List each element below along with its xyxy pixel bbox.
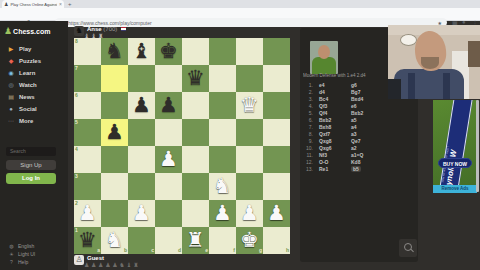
- black-move[interactable]: e6: [351, 103, 383, 109]
- square-b6[interactable]: [101, 92, 128, 119]
- sidebar-item-news[interactable]: ▤ News: [0, 91, 68, 102]
- rank-label-6: 6: [75, 93, 78, 98]
- white-knight-f3[interactable]: ♞: [209, 173, 236, 200]
- chess-board[interactable]: 8♞♝♚7♛6♟♟♛5♟4♟3♞2♟♟♟♟♟1a♛b♞cde♜fg♚h: [74, 38, 290, 254]
- square-d8[interactable]: ♚: [155, 38, 182, 65]
- more-icon: ⋯: [7, 117, 15, 125]
- webcam-person-body: [394, 69, 464, 99]
- square-b3[interactable]: [101, 173, 128, 200]
- move-row-4: 4.Qf3e6: [300, 102, 418, 109]
- black-move[interactable]: a5: [351, 117, 383, 123]
- rank-label-4: 4: [75, 147, 78, 152]
- ad-banner[interactable]: JOIN REYNOLDS. DO IT RIGHT. Reynolds W B…: [433, 100, 477, 193]
- white-pawn-d4[interactable]: ♟: [155, 146, 182, 173]
- move-row-6: 6.Bxb2a5: [300, 116, 418, 123]
- white-move[interactable]: Qf3: [319, 103, 351, 109]
- square-e1[interactable]: e♜: [182, 227, 209, 254]
- top-player-flag-icon: [121, 27, 126, 31]
- move-row-12: 12.O-OKd8: [300, 158, 418, 165]
- white-move[interactable]: Qxf7: [319, 131, 351, 137]
- square-b7[interactable]: [101, 65, 128, 92]
- square-f1[interactable]: f: [209, 227, 236, 254]
- file-label-f: f: [233, 248, 235, 253]
- square-h4[interactable]: [263, 146, 290, 173]
- black-queen-a1[interactable]: ♛: [74, 227, 101, 254]
- sidebar-item-puzzles[interactable]: ◆ Puzzles: [0, 55, 68, 66]
- new-tab-button[interactable]: +: [68, 1, 72, 7]
- browser-tab-strip: ♟ Play Chess Online Against t... × +: [0, 0, 480, 8]
- white-move[interactable]: Nf3: [319, 152, 351, 158]
- white-pawn-h2[interactable]: ♟: [263, 200, 290, 227]
- black-move[interactable]: b5: [351, 166, 361, 172]
- square-f2[interactable]: ♟: [209, 200, 236, 227]
- square-b5[interactable]: ♟: [101, 119, 128, 146]
- square-c5[interactable]: [128, 119, 155, 146]
- square-a2[interactable]: 2♟: [74, 200, 101, 227]
- square-e2[interactable]: [182, 200, 209, 227]
- square-c6[interactable]: ♟: [128, 92, 155, 119]
- black-move[interactable]: a2: [351, 145, 383, 151]
- move-number: 7.: [300, 124, 313, 130]
- black-move[interactable]: Kd8: [351, 159, 383, 165]
- news-icon: ▤: [7, 93, 15, 101]
- browser-tab[interactable]: ♟ Play Chess Online Against t... ×: [2, 0, 64, 8]
- square-d5[interactable]: [155, 119, 182, 146]
- square-g8[interactable]: [236, 38, 263, 65]
- light-ui-toggle[interactable]: ☀ Light UI: [0, 250, 68, 258]
- square-f8[interactable]: [209, 38, 236, 65]
- black-move[interactable]: a1=Q: [351, 152, 383, 158]
- logo-pawn-icon: ♟: [4, 27, 12, 36]
- square-a4[interactable]: 4: [74, 146, 101, 173]
- white-king-g1[interactable]: ♚: [236, 227, 263, 254]
- white-pawn-c2[interactable]: ♟: [128, 200, 155, 227]
- puzzles-icon: ◆: [7, 57, 15, 65]
- black-move[interactable]: Qe7: [351, 138, 383, 144]
- square-d3[interactable]: [155, 173, 182, 200]
- sidebar-item-more[interactable]: ⋯ More: [0, 115, 68, 126]
- webcam-person-beard: [421, 57, 439, 69]
- chesscom-logo[interactable]: ♟ Chess.com: [4, 27, 50, 36]
- white-move[interactable]: Qf4: [319, 110, 351, 116]
- bottom-player-captured-pieces: ♟ ♟ ♟ ♟ ♟ ♞ ♝ ♜: [84, 262, 139, 268]
- move-number: 8.: [300, 131, 313, 137]
- square-e3[interactable]: [182, 173, 209, 200]
- white-rook-e1[interactable]: ♜: [182, 227, 209, 254]
- remove-ads-link[interactable]: Remove Ads: [433, 185, 477, 193]
- square-c3[interactable]: [128, 173, 155, 200]
- square-a3[interactable]: 3: [74, 173, 101, 200]
- square-h1[interactable]: h: [263, 227, 290, 254]
- square-g2[interactable]: ♟: [236, 200, 263, 227]
- square-h6[interactable]: [263, 92, 290, 119]
- help-link[interactable]: ? Help: [0, 258, 68, 266]
- play-icon: ▶: [7, 45, 15, 53]
- black-knight-b8[interactable]: ♞: [101, 38, 128, 65]
- square-b4[interactable]: [101, 146, 128, 173]
- square-c7[interactable]: [128, 65, 155, 92]
- move-row-10: 10.Qxg6a2: [300, 144, 418, 151]
- move-number: 5.: [300, 110, 313, 116]
- move-number: 13.: [300, 166, 313, 172]
- square-b1[interactable]: b♞: [101, 227, 128, 254]
- square-d1[interactable]: d: [155, 227, 182, 254]
- top-player-name[interactable]: Anse (700): [87, 26, 126, 33]
- square-h3[interactable]: [263, 173, 290, 200]
- white-pawn-f2[interactable]: ♟: [209, 200, 236, 227]
- tab-title: Play Chess Online Against t...: [10, 2, 57, 7]
- rank-label-3: 3: [75, 174, 78, 179]
- move-number: 1.: [300, 82, 313, 88]
- log-in-button[interactable]: Log In: [6, 173, 56, 184]
- move-row-5: 5.Qf4Bxb2: [300, 109, 418, 116]
- language-selector[interactable]: ◍ English: [0, 242, 68, 250]
- square-d6[interactable]: ♟: [155, 92, 182, 119]
- white-move[interactable]: Bxh8: [319, 124, 351, 130]
- thumbnail-person-head: [318, 45, 330, 59]
- square-e8[interactable]: [182, 38, 209, 65]
- white-move[interactable]: d4: [319, 89, 351, 95]
- top-player-rating: (700): [103, 26, 117, 32]
- sidebar: ♟ Chess.com ▶ Play ◆ Puzzles ◉ Learn ◎ W…: [0, 21, 68, 270]
- square-e6[interactable]: [182, 92, 209, 119]
- square-e7[interactable]: ♛: [182, 65, 209, 92]
- rank-label-7: 7: [75, 66, 78, 71]
- white-knight-b1[interactable]: ♞: [101, 227, 128, 254]
- black-pawn-c6[interactable]: ♟: [128, 92, 155, 119]
- move-number: 10.: [300, 145, 313, 151]
- square-e5[interactable]: [182, 119, 209, 146]
- rank-label-5: 5: [75, 120, 78, 125]
- webcam-person-arm: [388, 79, 401, 99]
- bottom-player-name[interactable]: Guest: [87, 255, 139, 262]
- square-f6[interactable]: [209, 92, 236, 119]
- square-g3[interactable]: [236, 173, 263, 200]
- square-f4[interactable]: [209, 146, 236, 173]
- square-a5[interactable]: 5: [74, 119, 101, 146]
- rank-label-8: 8: [75, 39, 78, 44]
- move-number: 3.: [300, 96, 313, 102]
- page-scrollbar[interactable]: [476, 100, 479, 192]
- square-a8[interactable]: 8: [74, 38, 101, 65]
- learn-icon: ◉: [7, 69, 15, 77]
- square-f7[interactable]: [209, 65, 236, 92]
- square-g6[interactable]: ♛: [236, 92, 263, 119]
- square-a7[interactable]: 7: [74, 65, 101, 92]
- black-queen-e7[interactable]: ♛: [182, 65, 209, 92]
- move-number: 6.: [300, 117, 313, 123]
- black-move[interactable]: a4: [351, 124, 383, 130]
- thumbnail-person-shirt: [312, 57, 336, 74]
- square-b2[interactable]: [101, 200, 128, 227]
- square-d7[interactable]: [155, 65, 182, 92]
- buy-now-button[interactable]: BUY NOW: [438, 158, 472, 168]
- white-move[interactable]: Bxb2: [319, 117, 351, 123]
- square-g4[interactable]: [236, 146, 263, 173]
- sidebar-item-play[interactable]: ▶ Play: [0, 43, 68, 54]
- square-d2[interactable]: [155, 200, 182, 227]
- screenshot-root: ♟ Play Chess Online Against t... × + ← →…: [0, 0, 480, 270]
- square-h5[interactable]: [263, 119, 290, 146]
- black-move[interactable]: g6: [351, 82, 383, 88]
- browser-toolbar: ← → ↻ ⓘ https://www.chess.com/play/compu…: [0, 8, 480, 21]
- black-king-d8[interactable]: ♚: [155, 38, 182, 65]
- square-c4[interactable]: [128, 146, 155, 173]
- square-f3[interactable]: ♞: [209, 173, 236, 200]
- square-f5[interactable]: [209, 119, 236, 146]
- black-move[interactable]: Bxb2: [351, 110, 383, 116]
- square-g7[interactable]: [236, 65, 263, 92]
- streamer-webcam: [388, 25, 480, 99]
- white-queen-g6[interactable]: ♛: [236, 92, 263, 119]
- move-row-7: 7.Bxh8a4: [300, 123, 418, 130]
- white-move[interactable]: Qxg6: [319, 145, 351, 151]
- tab-close-icon[interactable]: ×: [59, 1, 62, 7]
- square-c2[interactable]: ♟: [128, 200, 155, 227]
- sidebar-item-learn[interactable]: ◉ Learn: [0, 67, 68, 78]
- bottom-player-bar: ♙ Guest ♟ ♟ ♟ ♟ ♟ ♞ ♝ ♜: [74, 255, 139, 268]
- white-move[interactable]: Qxg8: [319, 138, 351, 144]
- bottom-player-avatar[interactable]: ♙: [74, 255, 84, 265]
- file-label-d: d: [178, 248, 181, 253]
- top-player-avatar[interactable]: ♞: [74, 26, 84, 36]
- square-c1[interactable]: c: [128, 227, 155, 254]
- move-number: 9.: [300, 138, 313, 144]
- search-moves-button[interactable]: [399, 239, 417, 257]
- search-input[interactable]: Search: [6, 147, 56, 156]
- file-label-h: h: [286, 248, 289, 253]
- file-label-c: c: [151, 248, 154, 253]
- panel-video-thumbnail[interactable]: [310, 41, 338, 74]
- lightbulb-icon: ☀: [8, 251, 15, 257]
- move-number: 11.: [300, 152, 313, 158]
- square-c8[interactable]: ♝: [128, 38, 155, 65]
- black-move[interactable]: a3: [351, 131, 383, 137]
- move-row-13: 13.Re1b5: [300, 165, 418, 172]
- tab-favicon-pawn-icon: ♟: [4, 0, 8, 8]
- white-move[interactable]: e4: [319, 82, 351, 88]
- url-text[interactable]: https://www.chess.com/play/computer: [68, 20, 438, 26]
- white-pawn-a2[interactable]: ♟: [74, 200, 101, 227]
- square-h7[interactable]: [263, 65, 290, 92]
- social-icon: ●: [7, 105, 15, 113]
- ad-diagonal-banner: JOIN REYNOLDS. DO IT RIGHT. Reynolds W: [438, 100, 474, 193]
- help-icon: ?: [8, 259, 15, 265]
- white-move[interactable]: O-O: [319, 159, 351, 165]
- sidebar-item-watch[interactable]: ◎ Watch: [0, 79, 68, 90]
- white-pawn-g2[interactable]: ♟: [236, 200, 263, 227]
- square-b8[interactable]: ♞: [101, 38, 128, 65]
- square-g5[interactable]: [236, 119, 263, 146]
- move-number: 2.: [300, 89, 313, 95]
- black-move[interactable]: Bxd4: [351, 96, 383, 102]
- black-pawn-b5[interactable]: ♟: [101, 119, 128, 146]
- square-g1[interactable]: g♚: [236, 227, 263, 254]
- move-number: 4.: [300, 103, 313, 109]
- webcam-shelf: [468, 41, 480, 67]
- globe-icon: ◍: [8, 243, 15, 249]
- square-h8[interactable]: [263, 38, 290, 65]
- black-move[interactable]: Bg7: [351, 89, 383, 95]
- sign-up-button[interactable]: Sign Up: [6, 160, 56, 170]
- square-h2[interactable]: ♟: [263, 200, 290, 227]
- move-number: 12.: [300, 159, 313, 165]
- black-bishop-c8[interactable]: ♝: [128, 38, 155, 65]
- square-e4[interactable]: [182, 146, 209, 173]
- square-a6[interactable]: 6: [74, 92, 101, 119]
- black-pawn-d6[interactable]: ♟: [155, 92, 182, 119]
- move-row-11: 11.Nf3a1=Q: [300, 151, 418, 158]
- watch-icon: ◎: [7, 81, 15, 89]
- square-a1[interactable]: 1a♛: [74, 227, 101, 254]
- sidebar-item-social[interactable]: ● Social: [0, 103, 68, 114]
- move-row-8: 8.Qxf7a3: [300, 130, 418, 137]
- white-move[interactable]: Re1: [319, 166, 351, 172]
- move-row-9: 9.Qxg8Qe7: [300, 137, 418, 144]
- square-d4[interactable]: ♟: [155, 146, 182, 173]
- white-move[interactable]: Bc4: [319, 96, 351, 102]
